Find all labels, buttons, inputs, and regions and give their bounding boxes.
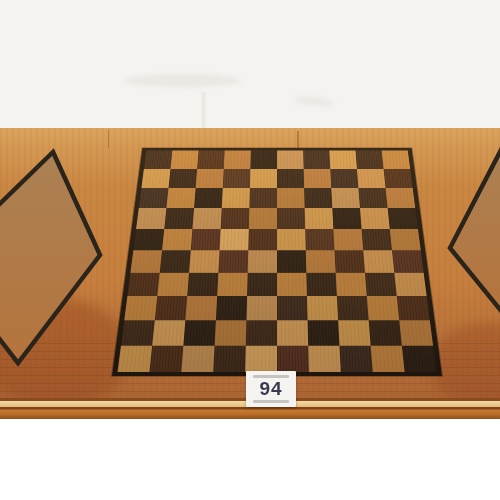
square-r1c7 [303, 150, 330, 169]
square-r1c10 [382, 150, 411, 169]
square-r2c7 [304, 169, 332, 188]
square-r7c4 [217, 273, 248, 296]
square-r7c6 [277, 273, 307, 296]
square-r8c9 [367, 296, 399, 320]
square-r2c9 [357, 169, 386, 188]
square-r4c5 [249, 208, 277, 229]
lot-label: 94 [246, 371, 296, 407]
square-r4c1 [136, 208, 166, 229]
square-r1c5 [250, 150, 277, 169]
square-r9c9 [369, 320, 402, 345]
square-r5c6 [277, 229, 306, 251]
square-r6c4 [218, 250, 248, 272]
square-r4c2 [164, 208, 194, 229]
square-r10c7 [308, 346, 341, 372]
square-r10c9 [371, 346, 405, 372]
square-r4c4 [221, 208, 250, 229]
square-r6c5 [248, 250, 277, 272]
square-r6c3 [189, 250, 219, 272]
square-r4c9 [360, 208, 390, 229]
square-r4c6 [277, 208, 305, 229]
square-r3c4 [222, 188, 250, 208]
square-r8c4 [216, 296, 247, 320]
board-border [112, 148, 442, 376]
checkerboard-perspective [112, 148, 442, 376]
square-r5c8 [333, 229, 363, 251]
square-r2c4 [223, 169, 251, 188]
square-r3c6 [277, 188, 305, 208]
square-r3c5 [249, 188, 277, 208]
square-r2c6 [277, 169, 304, 188]
square-r8c3 [185, 296, 217, 320]
square-r1c8 [329, 150, 357, 169]
table-front-edge [0, 407, 500, 419]
square-r10c6 [277, 346, 309, 372]
diamond-inlay-left [0, 152, 100, 363]
square-r4c8 [332, 208, 361, 229]
square-r7c7 [306, 273, 337, 296]
square-r8c7 [307, 296, 338, 320]
square-r1c2 [170, 150, 198, 169]
label-fineprint-bottom [253, 400, 289, 403]
square-r9c5 [246, 320, 277, 345]
draughts-board [118, 150, 437, 372]
square-r8c5 [246, 296, 277, 320]
square-r1c3 [197, 150, 225, 169]
square-r7c10 [394, 273, 426, 296]
square-r3c1 [139, 188, 169, 208]
square-r10c8 [339, 346, 372, 372]
square-r7c2 [157, 273, 189, 296]
square-r5c10 [390, 229, 421, 251]
square-r9c4 [215, 320, 247, 345]
square-r2c5 [250, 169, 277, 188]
square-r7c9 [365, 273, 397, 296]
white-foreground [0, 419, 500, 500]
square-r3c2 [166, 188, 195, 208]
square-r6c1 [130, 250, 162, 272]
square-r10c5 [245, 346, 277, 372]
square-r4c7 [305, 208, 334, 229]
square-r1c6 [277, 150, 304, 169]
square-r2c8 [330, 169, 358, 188]
square-r3c8 [331, 188, 360, 208]
square-r5c5 [248, 229, 277, 251]
square-r7c3 [187, 273, 218, 296]
square-r7c8 [336, 273, 367, 296]
square-r9c7 [308, 320, 340, 345]
square-r8c8 [337, 296, 369, 320]
square-r7c5 [247, 273, 277, 296]
square-r2c10 [384, 169, 413, 188]
square-r3c3 [194, 188, 223, 208]
square-r5c7 [305, 229, 334, 251]
square-r10c3 [181, 346, 214, 372]
square-r9c10 [399, 320, 433, 345]
square-r8c10 [397, 296, 430, 320]
square-r9c2 [152, 320, 185, 345]
square-r5c4 [220, 229, 249, 251]
square-r6c9 [363, 250, 394, 272]
square-r8c6 [277, 296, 308, 320]
square-r5c2 [162, 229, 192, 251]
square-r3c9 [358, 188, 387, 208]
diamond-inlay-right [450, 148, 500, 312]
square-r9c1 [121, 320, 155, 345]
auction-photo: 94 [0, 0, 500, 500]
square-r5c3 [191, 229, 221, 251]
square-r6c10 [392, 250, 424, 272]
square-r5c9 [362, 229, 392, 251]
square-r6c8 [334, 250, 364, 272]
square-r7c1 [127, 273, 159, 296]
square-r2c1 [141, 169, 170, 188]
square-r6c7 [306, 250, 336, 272]
square-r8c1 [124, 296, 157, 320]
square-r6c6 [277, 250, 306, 272]
square-r1c1 [144, 150, 173, 169]
square-r8c2 [155, 296, 187, 320]
square-r9c6 [277, 320, 308, 345]
square-r10c4 [213, 346, 246, 372]
square-r2c2 [168, 169, 197, 188]
square-r10c1 [118, 346, 153, 372]
lot-number: 94 [259, 378, 282, 400]
square-r10c10 [402, 346, 437, 372]
square-r1c4 [224, 150, 251, 169]
square-r5c1 [133, 229, 164, 251]
square-r4c10 [388, 208, 418, 229]
square-r2c3 [196, 169, 224, 188]
square-r9c8 [338, 320, 371, 345]
square-r1c9 [355, 150, 383, 169]
square-r9c3 [183, 320, 216, 345]
square-r10c2 [149, 346, 183, 372]
square-r6c2 [160, 250, 191, 272]
square-r3c7 [304, 188, 332, 208]
square-r3c10 [386, 188, 416, 208]
square-r4c3 [192, 208, 221, 229]
